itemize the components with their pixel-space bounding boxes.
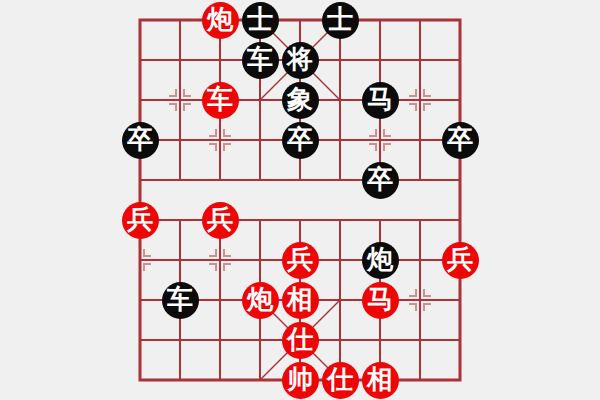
piece-black-chariot[interactable]: 车 bbox=[242, 42, 279, 79]
intersection-7-5[interactable] bbox=[400, 200, 440, 240]
intersection-0-4[interactable] bbox=[120, 160, 160, 200]
piece-red-cannon[interactable]: 炮 bbox=[202, 2, 239, 39]
intersection-2-3[interactable] bbox=[200, 120, 240, 160]
piece-red-soldier[interactable]: 兵 bbox=[202, 202, 239, 239]
piece-black-general[interactable]: 将 bbox=[282, 42, 319, 79]
intersection-1-9[interactable] bbox=[160, 360, 200, 400]
intersection-4-4[interactable] bbox=[280, 160, 320, 200]
piece-red-elephant[interactable]: 相 bbox=[282, 282, 319, 319]
intersection-0-1[interactable] bbox=[120, 40, 160, 80]
piece-black-soldier[interactable]: 卒 bbox=[122, 122, 159, 159]
intersection-4-6[interactable]: 兵 bbox=[280, 240, 320, 280]
intersection-6-4[interactable]: 卒 bbox=[360, 160, 400, 200]
intersection-1-4[interactable] bbox=[160, 160, 200, 200]
piece-black-advisor[interactable]: 士 bbox=[242, 2, 279, 39]
intersection-0-8[interactable] bbox=[120, 320, 160, 360]
intersection-8-5[interactable] bbox=[440, 200, 480, 240]
intersection-5-3[interactable] bbox=[320, 120, 360, 160]
intersection-1-0[interactable] bbox=[160, 0, 200, 40]
piece-black-soldier[interactable]: 卒 bbox=[362, 162, 399, 199]
intersection-4-1[interactable]: 将 bbox=[280, 40, 320, 80]
xiangqi-app: 炮士士车将车象马卒卒卒卒兵兵兵炮兵车炮相马仕帅仕相 bbox=[0, 0, 600, 400]
intersection-0-3[interactable]: 卒 bbox=[120, 120, 160, 160]
intersection-8-4[interactable] bbox=[440, 160, 480, 200]
intersection-2-2[interactable]: 车 bbox=[200, 80, 240, 120]
intersection-8-7[interactable] bbox=[440, 280, 480, 320]
intersection-4-8[interactable]: 仕 bbox=[280, 320, 320, 360]
piece-red-advisor[interactable]: 仕 bbox=[282, 322, 319, 359]
piece-black-cannon[interactable]: 炮 bbox=[362, 242, 399, 279]
intersection-3-4[interactable] bbox=[240, 160, 280, 200]
intersection-5-0[interactable]: 士 bbox=[320, 0, 360, 40]
intersection-8-3[interactable]: 卒 bbox=[440, 120, 480, 160]
intersection-1-7[interactable]: 车 bbox=[160, 280, 200, 320]
intersection-4-0[interactable] bbox=[280, 0, 320, 40]
intersection-7-1[interactable] bbox=[400, 40, 440, 80]
intersection-8-9[interactable] bbox=[440, 360, 480, 400]
intersection-5-7[interactable] bbox=[320, 280, 360, 320]
intersection-6-3[interactable] bbox=[360, 120, 400, 160]
intersection-3-7[interactable]: 炮 bbox=[240, 280, 280, 320]
intersection-4-3[interactable]: 卒 bbox=[280, 120, 320, 160]
piece-red-soldier[interactable]: 兵 bbox=[282, 242, 319, 279]
piece-red-cannon[interactable]: 炮 bbox=[242, 282, 279, 319]
intersection-0-0[interactable] bbox=[120, 0, 160, 40]
piece-red-horse[interactable]: 马 bbox=[362, 282, 399, 319]
xiangqi-board[interactable]: 炮士士车将车象马卒卒卒卒兵兵兵炮兵车炮相马仕帅仕相 bbox=[120, 0, 480, 400]
intersection-4-5[interactable] bbox=[280, 200, 320, 240]
intersection-8-8[interactable] bbox=[440, 320, 480, 360]
intersection-0-2[interactable] bbox=[120, 80, 160, 120]
intersection-5-9[interactable]: 仕 bbox=[320, 360, 360, 400]
intersection-6-1[interactable] bbox=[360, 40, 400, 80]
piece-black-horse[interactable]: 马 bbox=[362, 82, 399, 119]
intersection-2-7[interactable] bbox=[200, 280, 240, 320]
intersection-0-5[interactable]: 兵 bbox=[120, 200, 160, 240]
intersection-3-9[interactable] bbox=[240, 360, 280, 400]
intersection-0-6[interactable] bbox=[120, 240, 160, 280]
intersection-2-9[interactable] bbox=[200, 360, 240, 400]
intersection-8-1[interactable] bbox=[440, 40, 480, 80]
intersection-6-7[interactable]: 马 bbox=[360, 280, 400, 320]
intersection-3-3[interactable] bbox=[240, 120, 280, 160]
intersection-5-2[interactable] bbox=[320, 80, 360, 120]
piece-black-chariot[interactable]: 车 bbox=[162, 282, 199, 319]
piece-black-advisor[interactable]: 士 bbox=[322, 2, 359, 39]
intersection-8-2[interactable] bbox=[440, 80, 480, 120]
piece-red-chariot[interactable]: 车 bbox=[202, 82, 239, 119]
intersection-7-8[interactable] bbox=[400, 320, 440, 360]
intersection-2-1[interactable] bbox=[200, 40, 240, 80]
intersection-5-8[interactable] bbox=[320, 320, 360, 360]
intersection-3-0[interactable]: 士 bbox=[240, 0, 280, 40]
intersection-3-6[interactable] bbox=[240, 240, 280, 280]
intersection-1-8[interactable] bbox=[160, 320, 200, 360]
intersection-4-2[interactable]: 象 bbox=[280, 80, 320, 120]
intersection-6-0[interactable] bbox=[360, 0, 400, 40]
intersection-1-3[interactable] bbox=[160, 120, 200, 160]
intersection-1-2[interactable] bbox=[160, 80, 200, 120]
intersection-7-9[interactable] bbox=[400, 360, 440, 400]
intersection-5-1[interactable] bbox=[320, 40, 360, 80]
intersection-6-8[interactable] bbox=[360, 320, 400, 360]
intersection-8-6[interactable]: 兵 bbox=[440, 240, 480, 280]
piece-black-soldier[interactable]: 卒 bbox=[282, 122, 319, 159]
intersection-2-5[interactable]: 兵 bbox=[200, 200, 240, 240]
intersection-7-7[interactable] bbox=[400, 280, 440, 320]
intersection-7-3[interactable] bbox=[400, 120, 440, 160]
intersection-1-1[interactable] bbox=[160, 40, 200, 80]
piece-red-elephant[interactable]: 相 bbox=[362, 362, 399, 399]
intersection-8-0[interactable] bbox=[440, 0, 480, 40]
intersection-2-4[interactable] bbox=[200, 160, 240, 200]
intersection-0-9[interactable] bbox=[120, 360, 160, 400]
intersection-3-1[interactable]: 车 bbox=[240, 40, 280, 80]
piece-red-soldier[interactable]: 兵 bbox=[442, 242, 479, 279]
intersection-2-8[interactable] bbox=[200, 320, 240, 360]
piece-black-elephant[interactable]: 象 bbox=[282, 82, 319, 119]
piece-red-advisor[interactable]: 仕 bbox=[322, 362, 359, 399]
intersection-7-2[interactable] bbox=[400, 80, 440, 120]
intersection-6-9[interactable]: 相 bbox=[360, 360, 400, 400]
intersection-7-4[interactable] bbox=[400, 160, 440, 200]
intersection-5-5[interactable] bbox=[320, 200, 360, 240]
intersection-3-5[interactable] bbox=[240, 200, 280, 240]
intersection-3-2[interactable] bbox=[240, 80, 280, 120]
intersection-1-6[interactable] bbox=[160, 240, 200, 280]
intersection-5-4[interactable] bbox=[320, 160, 360, 200]
piece-red-soldier[interactable]: 兵 bbox=[122, 202, 159, 239]
intersection-5-6[interactable] bbox=[320, 240, 360, 280]
intersection-2-0[interactable]: 炮 bbox=[200, 0, 240, 40]
intersection-0-7[interactable] bbox=[120, 280, 160, 320]
piece-red-general[interactable]: 帅 bbox=[282, 362, 319, 399]
intersection-3-8[interactable] bbox=[240, 320, 280, 360]
intersection-7-0[interactable] bbox=[400, 0, 440, 40]
intersection-6-5[interactable] bbox=[360, 200, 400, 240]
intersection-7-6[interactable] bbox=[400, 240, 440, 280]
intersection-6-2[interactable]: 马 bbox=[360, 80, 400, 120]
intersection-1-5[interactable] bbox=[160, 200, 200, 240]
intersection-2-6[interactable] bbox=[200, 240, 240, 280]
intersection-4-7[interactable]: 相 bbox=[280, 280, 320, 320]
intersection-6-6[interactable]: 炮 bbox=[360, 240, 400, 280]
piece-black-soldier[interactable]: 卒 bbox=[442, 122, 479, 159]
intersection-4-9[interactable]: 帅 bbox=[280, 360, 320, 400]
